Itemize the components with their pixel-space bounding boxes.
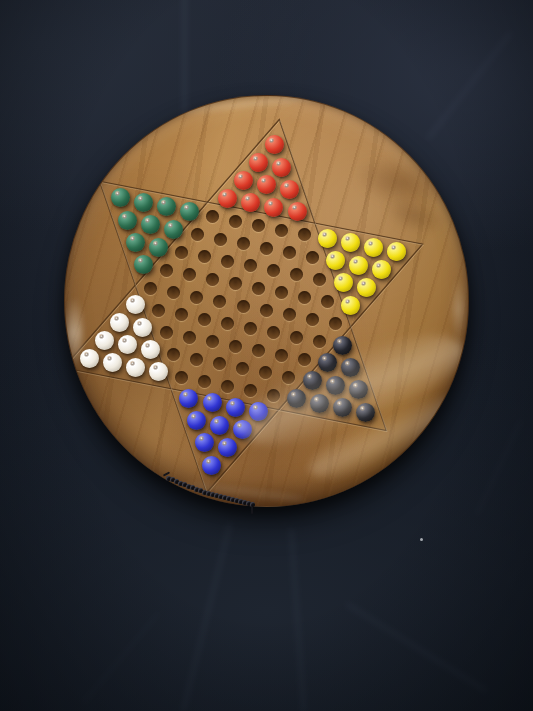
- marble-blue[interactable]: [179, 389, 198, 408]
- marble-white[interactable]: [110, 313, 129, 332]
- lint-speck: [420, 538, 423, 541]
- marble-white[interactable]: [126, 358, 145, 377]
- marble-black[interactable]: [310, 394, 329, 413]
- board-hole[interactable]: [282, 371, 295, 384]
- board-hole[interactable]: [190, 353, 203, 366]
- marble-blue[interactable]: [195, 433, 214, 452]
- marble-blue[interactable]: [210, 416, 229, 435]
- board-hole[interactable]: [213, 295, 226, 308]
- board-hole[interactable]: [229, 277, 242, 290]
- marble-white[interactable]: [103, 353, 122, 372]
- fabric-fold: [290, 528, 306, 711]
- marble-green[interactable]: [149, 238, 168, 257]
- marble-black[interactable]: [333, 336, 352, 355]
- board-hole[interactable]: [152, 304, 165, 317]
- board-hole[interactable]: [283, 246, 296, 259]
- board-hole[interactable]: [244, 322, 257, 335]
- board-hole[interactable]: [252, 282, 265, 295]
- marble-red[interactable]: [257, 175, 276, 194]
- marble-green[interactable]: [180, 202, 199, 221]
- marble-yellow[interactable]: [318, 229, 337, 248]
- board-hole[interactable]: [160, 326, 173, 339]
- board-hole[interactable]: [198, 375, 211, 388]
- marble-green[interactable]: [134, 193, 153, 212]
- board-hole[interactable]: [213, 357, 226, 370]
- board-hole[interactable]: [221, 255, 234, 268]
- marble-black[interactable]: [287, 389, 306, 408]
- marble-blue[interactable]: [202, 456, 221, 475]
- board-hole[interactable]: [206, 273, 219, 286]
- board-hole[interactable]: [252, 344, 265, 357]
- marble-green[interactable]: [157, 197, 176, 216]
- marble-yellow[interactable]: [341, 233, 360, 252]
- marble-green[interactable]: [126, 233, 145, 252]
- board-hole[interactable]: [190, 291, 203, 304]
- board-cells: [65, 96, 468, 506]
- board-hole[interactable]: [298, 353, 311, 366]
- marble-yellow[interactable]: [364, 238, 383, 257]
- marble-black[interactable]: [318, 353, 337, 372]
- marble-red[interactable]: [249, 153, 268, 172]
- board-hole[interactable]: [237, 300, 250, 313]
- board-hole[interactable]: [244, 384, 257, 397]
- board-hole[interactable]: [313, 273, 326, 286]
- marble-black[interactable]: [326, 376, 345, 395]
- board-hole[interactable]: [183, 268, 196, 281]
- board-hole[interactable]: [298, 291, 311, 304]
- fabric-fold: [346, 603, 488, 693]
- board-hole[interactable]: [198, 313, 211, 326]
- marble-red[interactable]: [218, 189, 237, 208]
- marble-red[interactable]: [288, 202, 307, 221]
- board-hole[interactable]: [267, 326, 280, 339]
- board-hole[interactable]: [221, 317, 234, 330]
- board-hole[interactable]: [175, 308, 188, 321]
- marble-blue[interactable]: [233, 420, 252, 439]
- board-hole[interactable]: [221, 380, 234, 393]
- board-hole[interactable]: [306, 313, 319, 326]
- marble-white[interactable]: [95, 331, 114, 350]
- board-hole[interactable]: [214, 233, 227, 246]
- board-hole[interactable]: [198, 250, 211, 263]
- board-hole[interactable]: [229, 215, 242, 228]
- marble-black[interactable]: [333, 398, 352, 417]
- marble-red[interactable]: [264, 198, 283, 217]
- board-hole[interactable]: [329, 317, 342, 330]
- marble-white[interactable]: [126, 295, 145, 314]
- marble-blue[interactable]: [249, 402, 268, 421]
- board-hole[interactable]: [236, 362, 249, 375]
- board-hole[interactable]: [290, 331, 303, 344]
- board-hole[interactable]: [252, 219, 265, 232]
- marble-green[interactable]: [134, 255, 153, 274]
- board-hole[interactable]: [175, 246, 188, 259]
- marble-green[interactable]: [141, 215, 160, 234]
- board-hole[interactable]: [267, 389, 280, 402]
- board-hole[interactable]: [283, 308, 296, 321]
- marble-white[interactable]: [141, 340, 160, 359]
- chinese-checkers-board: [64, 95, 469, 507]
- board-hole[interactable]: [298, 228, 311, 241]
- marble-green[interactable]: [111, 188, 130, 207]
- board-hole[interactable]: [160, 264, 173, 277]
- board-hole[interactable]: [313, 335, 326, 348]
- board-hole[interactable]: [260, 242, 273, 255]
- fabric-fold: [476, 419, 522, 515]
- marble-yellow[interactable]: [349, 256, 368, 275]
- board-hole[interactable]: [267, 264, 280, 277]
- marble-red[interactable]: [272, 158, 291, 177]
- marble-blue[interactable]: [203, 393, 222, 412]
- marble-black[interactable]: [356, 403, 375, 422]
- marble-blue[interactable]: [187, 411, 206, 430]
- marble-black[interactable]: [349, 380, 368, 399]
- board-hole[interactable]: [321, 295, 334, 308]
- board-hole[interactable]: [229, 340, 242, 353]
- marble-white[interactable]: [80, 349, 99, 368]
- fabric-fold: [181, 523, 231, 711]
- marble-yellow[interactable]: [372, 260, 391, 279]
- board-hole[interactable]: [275, 286, 288, 299]
- board-hole[interactable]: [259, 366, 272, 379]
- board-hole[interactable]: [206, 210, 219, 223]
- marble-black[interactable]: [303, 371, 322, 390]
- marble-blue[interactable]: [226, 398, 245, 417]
- board-hole[interactable]: [237, 237, 250, 250]
- board-hole[interactable]: [175, 371, 188, 384]
- board-hole[interactable]: [244, 259, 257, 272]
- board-hole[interactable]: [275, 349, 288, 362]
- fabric-fold: [427, 31, 512, 139]
- board-hole[interactable]: [290, 268, 303, 281]
- marble-red[interactable]: [241, 193, 260, 212]
- marble-red[interactable]: [265, 135, 284, 154]
- board-hole[interactable]: [306, 251, 319, 264]
- board-hole[interactable]: [144, 282, 157, 295]
- marble-green[interactable]: [118, 211, 137, 230]
- marble-white[interactable]: [118, 335, 137, 354]
- board-hole[interactable]: [167, 348, 180, 361]
- marble-yellow[interactable]: [334, 273, 353, 292]
- board-hole[interactable]: [167, 286, 180, 299]
- marble-blue[interactable]: [218, 438, 237, 457]
- board-hole[interactable]: [191, 228, 204, 241]
- marble-black[interactable]: [341, 358, 360, 377]
- marble-red[interactable]: [234, 171, 253, 190]
- board-hole[interactable]: [260, 304, 273, 317]
- fabric-fold: [82, 611, 161, 704]
- marble-yellow[interactable]: [387, 242, 406, 261]
- marble-green[interactable]: [164, 220, 183, 239]
- marble-yellow[interactable]: [341, 296, 360, 315]
- marble-white[interactable]: [133, 318, 152, 337]
- marble-yellow[interactable]: [357, 278, 376, 297]
- board-hole[interactable]: [206, 335, 219, 348]
- board-hole[interactable]: [275, 224, 288, 237]
- rim-glint: [419, 143, 467, 177]
- board-hole[interactable]: [183, 331, 196, 344]
- marble-yellow[interactable]: [326, 251, 345, 270]
- marble-white[interactable]: [149, 362, 168, 381]
- photo-scene: [0, 0, 533, 711]
- marble-red[interactable]: [280, 180, 299, 199]
